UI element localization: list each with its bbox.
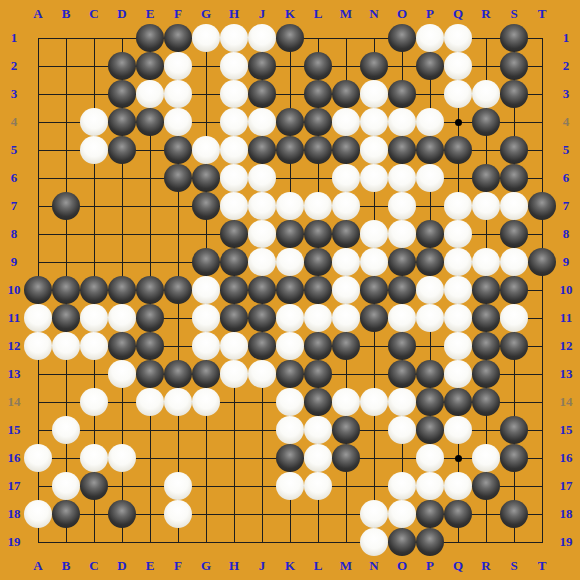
white-stone-O17[interactable] xyxy=(388,472,416,500)
white-stone-C16[interactable] xyxy=(80,444,108,472)
black-stone-M15[interactable] xyxy=(332,416,360,444)
white-stone-H3[interactable] xyxy=(220,80,248,108)
white-stone-P17[interactable] xyxy=(416,472,444,500)
black-stone-D3[interactable] xyxy=(108,80,136,108)
black-stone-P19[interactable] xyxy=(416,528,444,556)
black-stone-O9[interactable] xyxy=(388,248,416,276)
row-label-right-2: 2 xyxy=(552,58,580,74)
black-stone-S12[interactable] xyxy=(500,332,528,360)
column-label-top-D: D xyxy=(108,6,136,22)
black-stone-L13[interactable] xyxy=(304,360,332,388)
white-stone-E3[interactable] xyxy=(136,80,164,108)
white-stone-S9[interactable] xyxy=(500,248,528,276)
black-stone-F6[interactable] xyxy=(164,164,192,192)
black-stone-K4[interactable] xyxy=(276,108,304,136)
black-stone-M12[interactable] xyxy=(332,332,360,360)
white-stone-G5[interactable] xyxy=(192,136,220,164)
row-label-left-15: 15 xyxy=(0,422,28,438)
black-stone-E11[interactable] xyxy=(136,304,164,332)
white-stone-J7[interactable] xyxy=(248,192,276,220)
white-stone-A11[interactable] xyxy=(24,304,52,332)
go-board: AABBCCDDEEFFGGHHJJKKLLMMNNOOPPQQRRSSTT11… xyxy=(0,0,580,580)
black-stone-S3[interactable] xyxy=(500,80,528,108)
black-stone-T9[interactable] xyxy=(528,248,556,276)
black-stone-H9[interactable] xyxy=(220,248,248,276)
row-label-left-8: 8 xyxy=(0,226,28,242)
black-stone-O3[interactable] xyxy=(388,80,416,108)
black-stone-S2[interactable] xyxy=(500,52,528,80)
black-stone-J12[interactable] xyxy=(248,332,276,360)
column-label-top-N: N xyxy=(360,6,388,22)
row-label-left-3: 3 xyxy=(0,86,28,102)
black-stone-H10[interactable] xyxy=(220,276,248,304)
black-stone-P15[interactable] xyxy=(416,416,444,444)
black-stone-M8[interactable] xyxy=(332,220,360,248)
white-stone-C4[interactable] xyxy=(80,108,108,136)
white-stone-J9[interactable] xyxy=(248,248,276,276)
row-label-left-14: 14 xyxy=(0,394,28,410)
row-label-right-16: 16 xyxy=(552,450,580,466)
white-stone-E14[interactable] xyxy=(136,388,164,416)
row-label-right-14: 14 xyxy=(552,394,580,410)
white-stone-H13[interactable] xyxy=(220,360,248,388)
column-label-top-P: P xyxy=(416,6,444,22)
column-label-bottom-E: E xyxy=(136,558,164,574)
row-label-right-8: 8 xyxy=(552,226,580,242)
black-stone-R6[interactable] xyxy=(472,164,500,192)
black-stone-F10[interactable] xyxy=(164,276,192,304)
black-stone-G6[interactable] xyxy=(192,164,220,192)
white-stone-G11[interactable] xyxy=(192,304,220,332)
column-label-bottom-K: K xyxy=(276,558,304,574)
row-label-left-4: 4 xyxy=(0,114,28,130)
white-stone-O11[interactable] xyxy=(388,304,416,332)
row-label-left-17: 17 xyxy=(0,478,28,494)
white-stone-H2[interactable] xyxy=(220,52,248,80)
black-stone-J3[interactable] xyxy=(248,80,276,108)
black-stone-B7[interactable] xyxy=(52,192,80,220)
black-stone-K5[interactable] xyxy=(276,136,304,164)
white-stone-M7[interactable] xyxy=(332,192,360,220)
white-stone-O15[interactable] xyxy=(388,416,416,444)
black-stone-D18[interactable] xyxy=(108,500,136,528)
black-stone-R12[interactable] xyxy=(472,332,500,360)
black-stone-L9[interactable] xyxy=(304,248,332,276)
white-stone-N5[interactable] xyxy=(360,136,388,164)
white-stone-F2[interactable] xyxy=(164,52,192,80)
column-label-bottom-J: J xyxy=(248,558,276,574)
white-stone-D16[interactable] xyxy=(108,444,136,472)
white-stone-K7[interactable] xyxy=(276,192,304,220)
white-stone-Q13[interactable] xyxy=(444,360,472,388)
black-stone-D10[interactable] xyxy=(108,276,136,304)
black-stone-F5[interactable] xyxy=(164,136,192,164)
white-stone-A16[interactable] xyxy=(24,444,52,472)
column-label-bottom-N: N xyxy=(360,558,388,574)
row-label-right-5: 5 xyxy=(552,142,580,158)
star-point-Q4 xyxy=(455,119,462,126)
white-stone-F4[interactable] xyxy=(164,108,192,136)
white-stone-P6[interactable] xyxy=(416,164,444,192)
black-stone-N11[interactable] xyxy=(360,304,388,332)
black-stone-L12[interactable] xyxy=(304,332,332,360)
black-stone-G9[interactable] xyxy=(192,248,220,276)
black-stone-R4[interactable] xyxy=(472,108,500,136)
white-stone-O8[interactable] xyxy=(388,220,416,248)
black-stone-T7[interactable] xyxy=(528,192,556,220)
white-stone-Q12[interactable] xyxy=(444,332,472,360)
white-stone-C5[interactable] xyxy=(80,136,108,164)
white-stone-O6[interactable] xyxy=(388,164,416,192)
black-stone-O13[interactable] xyxy=(388,360,416,388)
black-stone-D12[interactable] xyxy=(108,332,136,360)
row-label-right-12: 12 xyxy=(552,338,580,354)
white-stone-M10[interactable] xyxy=(332,276,360,304)
row-label-left-7: 7 xyxy=(0,198,28,214)
white-stone-Q3[interactable] xyxy=(444,80,472,108)
white-stone-H12[interactable] xyxy=(220,332,248,360)
black-stone-K16[interactable] xyxy=(276,444,304,472)
black-stone-R11[interactable] xyxy=(472,304,500,332)
black-stone-P2[interactable] xyxy=(416,52,444,80)
black-stone-M3[interactable] xyxy=(332,80,360,108)
white-stone-C14[interactable] xyxy=(80,388,108,416)
white-stone-N8[interactable] xyxy=(360,220,388,248)
row-label-right-1: 1 xyxy=(552,30,580,46)
white-stone-P10[interactable] xyxy=(416,276,444,304)
white-stone-L17[interactable] xyxy=(304,472,332,500)
black-stone-L3[interactable] xyxy=(304,80,332,108)
column-label-top-G: G xyxy=(192,6,220,22)
white-stone-O4[interactable] xyxy=(388,108,416,136)
white-stone-J8[interactable] xyxy=(248,220,276,248)
black-stone-S1[interactable] xyxy=(500,24,528,52)
white-stone-L7[interactable] xyxy=(304,192,332,220)
black-stone-A10[interactable] xyxy=(24,276,52,304)
row-label-right-15: 15 xyxy=(552,422,580,438)
column-label-bottom-G: G xyxy=(192,558,220,574)
white-stone-C12[interactable] xyxy=(80,332,108,360)
white-stone-N6[interactable] xyxy=(360,164,388,192)
white-stone-B12[interactable] xyxy=(52,332,80,360)
white-stone-R7[interactable] xyxy=(472,192,500,220)
black-stone-L2[interactable] xyxy=(304,52,332,80)
black-stone-S15[interactable] xyxy=(500,416,528,444)
white-stone-Q10[interactable] xyxy=(444,276,472,304)
row-label-right-18: 18 xyxy=(552,506,580,522)
column-label-bottom-A: A xyxy=(24,558,52,574)
white-stone-M4[interactable] xyxy=(332,108,360,136)
white-stone-R16[interactable] xyxy=(472,444,500,472)
black-stone-P8[interactable] xyxy=(416,220,444,248)
white-stone-S11[interactable] xyxy=(500,304,528,332)
black-stone-L5[interactable] xyxy=(304,136,332,164)
column-label-bottom-D: D xyxy=(108,558,136,574)
black-stone-K10[interactable] xyxy=(276,276,304,304)
black-stone-S18[interactable] xyxy=(500,500,528,528)
black-stone-Q14[interactable] xyxy=(444,388,472,416)
black-stone-J10[interactable] xyxy=(248,276,276,304)
column-label-top-Q: Q xyxy=(444,6,472,22)
row-label-left-9: 9 xyxy=(0,254,28,270)
white-stone-J4[interactable] xyxy=(248,108,276,136)
black-stone-M16[interactable] xyxy=(332,444,360,472)
black-stone-Q5[interactable] xyxy=(444,136,472,164)
black-stone-P13[interactable] xyxy=(416,360,444,388)
column-label-top-T: T xyxy=(528,6,556,22)
black-stone-H8[interactable] xyxy=(220,220,248,248)
white-stone-K12[interactable] xyxy=(276,332,304,360)
white-stone-C11[interactable] xyxy=(80,304,108,332)
white-stone-R9[interactable] xyxy=(472,248,500,276)
black-stone-J5[interactable] xyxy=(248,136,276,164)
black-stone-Q18[interactable] xyxy=(444,500,472,528)
white-stone-A18[interactable] xyxy=(24,500,52,528)
white-stone-H5[interactable] xyxy=(220,136,248,164)
white-stone-O14[interactable] xyxy=(388,388,416,416)
white-stone-F18[interactable] xyxy=(164,500,192,528)
white-stone-O7[interactable] xyxy=(388,192,416,220)
column-label-bottom-T: T xyxy=(528,558,556,574)
black-stone-O5[interactable] xyxy=(388,136,416,164)
row-label-right-13: 13 xyxy=(552,366,580,382)
black-stone-P14[interactable] xyxy=(416,388,444,416)
white-stone-H7[interactable] xyxy=(220,192,248,220)
white-stone-M14[interactable] xyxy=(332,388,360,416)
row-label-right-6: 6 xyxy=(552,170,580,186)
black-stone-N10[interactable] xyxy=(360,276,388,304)
black-stone-O19[interactable] xyxy=(388,528,416,556)
white-stone-R3[interactable] xyxy=(472,80,500,108)
row-label-right-4: 4 xyxy=(552,114,580,130)
black-stone-L8[interactable] xyxy=(304,220,332,248)
column-label-bottom-M: M xyxy=(332,558,360,574)
black-stone-F1[interactable] xyxy=(164,24,192,52)
white-stone-G14[interactable] xyxy=(192,388,220,416)
white-stone-A12[interactable] xyxy=(24,332,52,360)
black-stone-M5[interactable] xyxy=(332,136,360,164)
black-stone-K13[interactable] xyxy=(276,360,304,388)
white-stone-D11[interactable] xyxy=(108,304,136,332)
row-label-right-10: 10 xyxy=(552,282,580,298)
white-stone-L16[interactable] xyxy=(304,444,332,472)
row-label-right-19: 19 xyxy=(552,534,580,550)
column-label-bottom-L: L xyxy=(304,558,332,574)
column-label-top-E: E xyxy=(136,6,164,22)
white-stone-B17[interactable] xyxy=(52,472,80,500)
white-stone-G10[interactable] xyxy=(192,276,220,304)
white-stone-J13[interactable] xyxy=(248,360,276,388)
white-stone-D13[interactable] xyxy=(108,360,136,388)
black-stone-L4[interactable] xyxy=(304,108,332,136)
column-label-top-R: R xyxy=(472,6,500,22)
black-stone-E2[interactable] xyxy=(136,52,164,80)
column-label-top-M: M xyxy=(332,6,360,22)
white-stone-N18[interactable] xyxy=(360,500,388,528)
row-label-right-11: 11 xyxy=(552,310,580,326)
column-label-bottom-F: F xyxy=(164,558,192,574)
black-stone-B18[interactable] xyxy=(52,500,80,528)
white-stone-J1[interactable] xyxy=(248,24,276,52)
black-stone-J2[interactable] xyxy=(248,52,276,80)
black-stone-C17[interactable] xyxy=(80,472,108,500)
column-label-bottom-C: C xyxy=(80,558,108,574)
black-stone-C10[interactable] xyxy=(80,276,108,304)
white-stone-Q9[interactable] xyxy=(444,248,472,276)
column-label-bottom-S: S xyxy=(500,558,528,574)
star-point-Q16 xyxy=(455,455,462,462)
column-label-top-A: A xyxy=(24,6,52,22)
black-stone-F13[interactable] xyxy=(164,360,192,388)
black-stone-S8[interactable] xyxy=(500,220,528,248)
white-stone-Q2[interactable] xyxy=(444,52,472,80)
white-stone-M9[interactable] xyxy=(332,248,360,276)
black-stone-E10[interactable] xyxy=(136,276,164,304)
black-stone-G7[interactable] xyxy=(192,192,220,220)
row-label-left-1: 1 xyxy=(0,30,28,46)
white-stone-P1[interactable] xyxy=(416,24,444,52)
white-stone-J6[interactable] xyxy=(248,164,276,192)
black-stone-S10[interactable] xyxy=(500,276,528,304)
white-stone-S7[interactable] xyxy=(500,192,528,220)
black-stone-S16[interactable] xyxy=(500,444,528,472)
white-stone-F17[interactable] xyxy=(164,472,192,500)
white-stone-M11[interactable] xyxy=(332,304,360,332)
black-stone-P18[interactable] xyxy=(416,500,444,528)
white-stone-F3[interactable] xyxy=(164,80,192,108)
column-label-top-L: L xyxy=(304,6,332,22)
black-stone-D2[interactable] xyxy=(108,52,136,80)
row-label-right-9: 9 xyxy=(552,254,580,270)
black-stone-R14[interactable] xyxy=(472,388,500,416)
black-stone-L10[interactable] xyxy=(304,276,332,304)
black-stone-O1[interactable] xyxy=(388,24,416,52)
black-stone-E4[interactable] xyxy=(136,108,164,136)
white-stone-Q7[interactable] xyxy=(444,192,472,220)
black-stone-O12[interactable] xyxy=(388,332,416,360)
white-stone-N14[interactable] xyxy=(360,388,388,416)
black-stone-B10[interactable] xyxy=(52,276,80,304)
white-stone-K17[interactable] xyxy=(276,472,304,500)
black-stone-G13[interactable] xyxy=(192,360,220,388)
white-stone-Q15[interactable] xyxy=(444,416,472,444)
column-label-bottom-Q: Q xyxy=(444,558,472,574)
black-stone-E13[interactable] xyxy=(136,360,164,388)
white-stone-Q8[interactable] xyxy=(444,220,472,248)
black-stone-D5[interactable] xyxy=(108,136,136,164)
white-stone-O18[interactable] xyxy=(388,500,416,528)
row-label-right-3: 3 xyxy=(552,86,580,102)
white-stone-K11[interactable] xyxy=(276,304,304,332)
black-stone-S6[interactable] xyxy=(500,164,528,192)
white-stone-H4[interactable] xyxy=(220,108,248,136)
white-stone-H6[interactable] xyxy=(220,164,248,192)
row-label-left-2: 2 xyxy=(0,58,28,74)
white-stone-N9[interactable] xyxy=(360,248,388,276)
column-label-bottom-B: B xyxy=(52,558,80,574)
column-label-top-O: O xyxy=(388,6,416,22)
white-stone-K9[interactable] xyxy=(276,248,304,276)
white-stone-M6[interactable] xyxy=(332,164,360,192)
black-stone-E12[interactable] xyxy=(136,332,164,360)
black-stone-O10[interactable] xyxy=(388,276,416,304)
white-stone-G1[interactable] xyxy=(192,24,220,52)
black-stone-E1[interactable] xyxy=(136,24,164,52)
black-stone-B11[interactable] xyxy=(52,304,80,332)
black-stone-R13[interactable] xyxy=(472,360,500,388)
row-label-left-19: 19 xyxy=(0,534,28,550)
black-stone-L14[interactable] xyxy=(304,388,332,416)
column-label-top-S: S xyxy=(500,6,528,22)
column-label-top-H: H xyxy=(220,6,248,22)
white-stone-P11[interactable] xyxy=(416,304,444,332)
white-stone-G12[interactable] xyxy=(192,332,220,360)
white-stone-P16[interactable] xyxy=(416,444,444,472)
white-stone-K15[interactable] xyxy=(276,416,304,444)
white-stone-N3[interactable] xyxy=(360,80,388,108)
column-label-bottom-O: O xyxy=(388,558,416,574)
white-stone-P4[interactable] xyxy=(416,108,444,136)
white-stone-H1[interactable] xyxy=(220,24,248,52)
black-stone-H11[interactable] xyxy=(220,304,248,332)
row-label-left-13: 13 xyxy=(0,366,28,382)
row-label-left-6: 6 xyxy=(0,170,28,186)
black-stone-R10[interactable] xyxy=(472,276,500,304)
column-label-bottom-R: R xyxy=(472,558,500,574)
white-stone-Q1[interactable] xyxy=(444,24,472,52)
black-stone-K8[interactable] xyxy=(276,220,304,248)
black-stone-P5[interactable] xyxy=(416,136,444,164)
black-stone-K1[interactable] xyxy=(276,24,304,52)
column-label-top-F: F xyxy=(164,6,192,22)
black-stone-J11[interactable] xyxy=(248,304,276,332)
column-label-top-C: C xyxy=(80,6,108,22)
black-stone-D4[interactable] xyxy=(108,108,136,136)
row-label-right-7: 7 xyxy=(552,198,580,214)
column-label-top-K: K xyxy=(276,6,304,22)
column-label-bottom-P: P xyxy=(416,558,444,574)
white-stone-K14[interactable] xyxy=(276,388,304,416)
black-stone-S5[interactable] xyxy=(500,136,528,164)
black-stone-N2[interactable] xyxy=(360,52,388,80)
white-stone-N4[interactable] xyxy=(360,108,388,136)
black-stone-R17[interactable] xyxy=(472,472,500,500)
black-stone-P9[interactable] xyxy=(416,248,444,276)
row-label-right-17: 17 xyxy=(552,478,580,494)
column-label-top-B: B xyxy=(52,6,80,22)
column-label-top-J: J xyxy=(248,6,276,22)
white-stone-L11[interactable] xyxy=(304,304,332,332)
white-stone-F14[interactable] xyxy=(164,388,192,416)
row-label-left-5: 5 xyxy=(0,142,28,158)
white-stone-N19[interactable] xyxy=(360,528,388,556)
white-stone-L15[interactable] xyxy=(304,416,332,444)
white-stone-Q17[interactable] xyxy=(444,472,472,500)
white-stone-B15[interactable] xyxy=(52,416,80,444)
white-stone-Q11[interactable] xyxy=(444,304,472,332)
column-label-bottom-H: H xyxy=(220,558,248,574)
